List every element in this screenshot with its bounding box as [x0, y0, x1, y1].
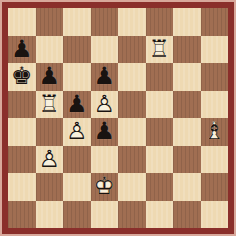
square-d3[interactable] [91, 146, 119, 174]
piece-black-pawn-d6[interactable]: ♟ [91, 63, 119, 91]
square-a6[interactable]: ♚ [8, 63, 36, 91]
square-f7[interactable]: ♜♖ [146, 36, 174, 64]
white-pawn-outline-glyph: ♙ [36, 146, 64, 174]
square-a7[interactable]: ♟ [8, 36, 36, 64]
board-frame: ♟♜♖♚♟♟♜♖♟♟♙♟♙♟♝♗♟♙♚♔ [0, 0, 236, 236]
square-d8[interactable] [91, 8, 119, 36]
white-pawn-outline-glyph: ♙ [91, 91, 119, 119]
square-g3[interactable] [173, 146, 201, 174]
square-b2[interactable] [36, 173, 64, 201]
square-h6[interactable] [201, 63, 229, 91]
square-h4[interactable]: ♝♗ [201, 118, 229, 146]
square-h8[interactable] [201, 8, 229, 36]
square-c2[interactable] [63, 173, 91, 201]
chess-board: ♟♜♖♚♟♟♜♖♟♟♙♟♙♟♝♗♟♙♚♔ [8, 8, 228, 228]
square-d5[interactable]: ♟♙ [91, 91, 119, 119]
piece-black-pawn-c5[interactable]: ♟ [63, 91, 91, 119]
square-f3[interactable] [146, 146, 174, 174]
white-bishop-outline-glyph: ♗ [201, 118, 229, 146]
square-e5[interactable] [118, 91, 146, 119]
piece-black-pawn-d4[interactable]: ♟ [91, 118, 119, 146]
square-f1[interactable] [146, 201, 174, 229]
square-a3[interactable] [8, 146, 36, 174]
square-e6[interactable] [118, 63, 146, 91]
square-e7[interactable] [118, 36, 146, 64]
square-d4[interactable]: ♟ [91, 118, 119, 146]
square-e3[interactable] [118, 146, 146, 174]
square-h2[interactable] [201, 173, 229, 201]
square-c8[interactable] [63, 8, 91, 36]
square-e8[interactable] [118, 8, 146, 36]
white-pawn-outline-glyph: ♙ [63, 118, 91, 146]
square-f5[interactable] [146, 91, 174, 119]
square-c5[interactable]: ♟ [63, 91, 91, 119]
square-f4[interactable] [146, 118, 174, 146]
piece-white-bishop-h4[interactable]: ♝♗ [201, 118, 229, 146]
square-f2[interactable] [146, 173, 174, 201]
square-b1[interactable] [36, 201, 64, 229]
square-g4[interactable] [173, 118, 201, 146]
square-b8[interactable] [36, 8, 64, 36]
square-d6[interactable]: ♟ [91, 63, 119, 91]
black-pawn-glyph: ♟ [63, 91, 91, 119]
square-h3[interactable] [201, 146, 229, 174]
square-a2[interactable] [8, 173, 36, 201]
square-b6[interactable]: ♟ [36, 63, 64, 91]
square-e2[interactable] [118, 173, 146, 201]
black-pawn-glyph: ♟ [8, 36, 36, 64]
piece-black-king-a6[interactable]: ♚ [8, 63, 36, 91]
piece-black-pawn-b6[interactable]: ♟ [36, 63, 64, 91]
square-h5[interactable] [201, 91, 229, 119]
white-rook-outline-glyph: ♖ [146, 36, 174, 64]
square-g6[interactable] [173, 63, 201, 91]
square-b3[interactable]: ♟♙ [36, 146, 64, 174]
square-b5[interactable]: ♜♖ [36, 91, 64, 119]
piece-white-rook-b5[interactable]: ♜♖ [36, 91, 64, 119]
square-h1[interactable] [201, 201, 229, 229]
square-g2[interactable] [173, 173, 201, 201]
square-b7[interactable] [36, 36, 64, 64]
square-g8[interactable] [173, 8, 201, 36]
square-d7[interactable] [91, 36, 119, 64]
piece-white-rook-f7[interactable]: ♜♖ [146, 36, 174, 64]
square-d2[interactable]: ♚♔ [91, 173, 119, 201]
piece-white-pawn-b3[interactable]: ♟♙ [36, 146, 64, 174]
black-pawn-glyph: ♟ [91, 63, 119, 91]
square-f6[interactable] [146, 63, 174, 91]
white-rook-outline-glyph: ♖ [36, 91, 64, 119]
square-a8[interactable] [8, 8, 36, 36]
square-d1[interactable] [91, 201, 119, 229]
square-b4[interactable] [36, 118, 64, 146]
square-h7[interactable] [201, 36, 229, 64]
black-king-glyph: ♚ [8, 63, 36, 91]
square-e4[interactable] [118, 118, 146, 146]
square-c6[interactable] [63, 63, 91, 91]
square-c7[interactable] [63, 36, 91, 64]
white-king-outline-glyph: ♔ [91, 173, 119, 201]
square-f8[interactable] [146, 8, 174, 36]
square-c1[interactable] [63, 201, 91, 229]
square-a1[interactable] [8, 201, 36, 229]
piece-black-pawn-a7[interactable]: ♟ [8, 36, 36, 64]
piece-white-pawn-c4[interactable]: ♟♙ [63, 118, 91, 146]
square-g7[interactable] [173, 36, 201, 64]
square-a5[interactable] [8, 91, 36, 119]
chess-app-window: ♟♜♖♚♟♟♜♖♟♟♙♟♙♟♝♗♟♙♚♔ [0, 0, 236, 236]
black-pawn-glyph: ♟ [36, 63, 64, 91]
black-pawn-glyph: ♟ [91, 118, 119, 146]
square-g5[interactable] [173, 91, 201, 119]
square-c3[interactable] [63, 146, 91, 174]
square-a4[interactable] [8, 118, 36, 146]
piece-white-pawn-d5[interactable]: ♟♙ [91, 91, 119, 119]
square-e1[interactable] [118, 201, 146, 229]
piece-white-king-d2[interactable]: ♚♔ [91, 173, 119, 201]
square-g1[interactable] [173, 201, 201, 229]
square-c4[interactable]: ♟♙ [63, 118, 91, 146]
